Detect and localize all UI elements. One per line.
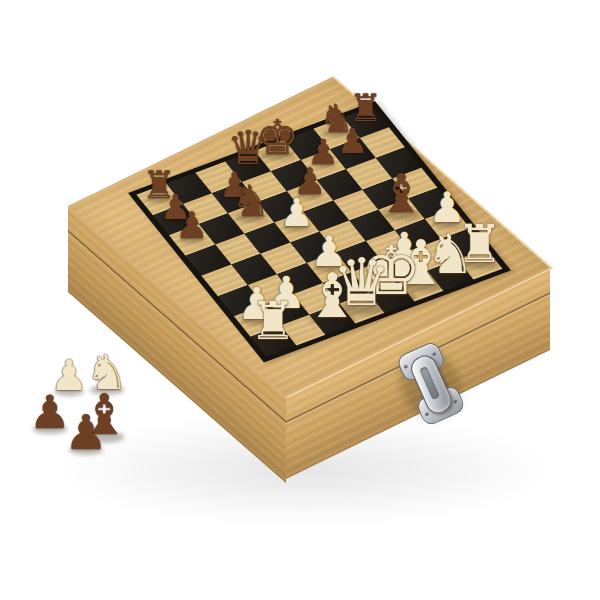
product-photo-scene: ♜♛♚♞♜♟♟♟♟♟♞♟♝♟♟♟♟♟♟♜♝♛♚♝♞♜♟♟♝♟♞ xyxy=(0,0,600,600)
white-rook-a1: ♜ xyxy=(249,295,296,348)
white-pawn-d5: ♟ xyxy=(279,194,314,232)
black-knight-c6: ♞ xyxy=(231,180,270,224)
black-pawn-a6: ♟ xyxy=(175,208,208,245)
latch-clasp-slot xyxy=(419,366,440,400)
black-pawn-offboard: ♟ xyxy=(64,408,107,456)
black-pawn-g7: ♟ xyxy=(337,124,368,159)
black-bishop-g4: ♝ xyxy=(377,167,425,221)
white-bishop-c1: ♝ xyxy=(305,265,360,326)
